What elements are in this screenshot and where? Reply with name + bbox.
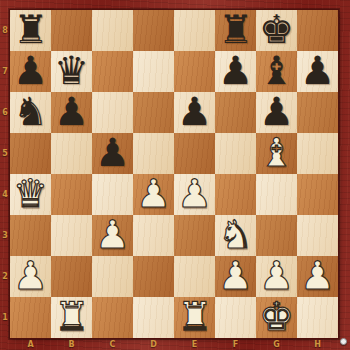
rank-label-5: 5	[0, 133, 10, 174]
square-c8[interactable]	[92, 10, 133, 51]
square-e1[interactable]: ♜	[174, 297, 215, 338]
white-knight[interactable]: ♞	[215, 215, 256, 256]
square-c2[interactable]	[92, 256, 133, 297]
file-label-a: A	[10, 338, 51, 350]
black-pawn[interactable]: ♟	[92, 133, 133, 174]
white-bishop[interactable]: ♝	[256, 133, 297, 174]
square-f5[interactable]	[215, 133, 256, 174]
square-d7[interactable]	[133, 51, 174, 92]
square-a3[interactable]	[10, 215, 51, 256]
square-g3[interactable]	[256, 215, 297, 256]
square-d6[interactable]	[133, 92, 174, 133]
square-f1[interactable]	[215, 297, 256, 338]
square-h4[interactable]	[297, 174, 338, 215]
square-g1[interactable]: ♚	[256, 297, 297, 338]
white-pawn[interactable]: ♟	[133, 174, 174, 215]
square-h1[interactable]	[297, 297, 338, 338]
square-c5[interactable]: ♟	[92, 133, 133, 174]
square-b7[interactable]: ♛	[51, 51, 92, 92]
black-pawn[interactable]: ♟	[51, 92, 92, 133]
black-bishop[interactable]: ♝	[256, 51, 297, 92]
square-b2[interactable]	[51, 256, 92, 297]
square-f3[interactable]: ♞	[215, 215, 256, 256]
rank-label-7: 7	[0, 51, 10, 92]
square-a5[interactable]	[10, 133, 51, 174]
square-f2[interactable]: ♟	[215, 256, 256, 297]
square-h6[interactable]	[297, 92, 338, 133]
square-d2[interactable]	[133, 256, 174, 297]
chess-board: ♜♜♚♟♛♟♝♟♞♟♟♟♟♝♛♟♟♟♞♟♟♟♟♜♜♚	[10, 10, 338, 338]
rank-label-1: 1	[0, 297, 10, 338]
white-rook[interactable]: ♜	[174, 297, 215, 338]
square-c3[interactable]: ♟	[92, 215, 133, 256]
square-g4[interactable]	[256, 174, 297, 215]
square-e2[interactable]	[174, 256, 215, 297]
square-h8[interactable]	[297, 10, 338, 51]
square-a7[interactable]: ♟	[10, 51, 51, 92]
white-pawn[interactable]: ♟	[297, 256, 338, 297]
square-d3[interactable]	[133, 215, 174, 256]
square-b4[interactable]	[51, 174, 92, 215]
square-h3[interactable]	[297, 215, 338, 256]
file-label-d: D	[133, 338, 174, 350]
square-c7[interactable]	[92, 51, 133, 92]
square-g5[interactable]: ♝	[256, 133, 297, 174]
square-g6[interactable]: ♟	[256, 92, 297, 133]
file-label-g: G	[256, 338, 297, 350]
square-h5[interactable]	[297, 133, 338, 174]
file-label-c: C	[92, 338, 133, 350]
square-c1[interactable]	[92, 297, 133, 338]
rank-label-2: 2	[0, 256, 10, 297]
square-g7[interactable]: ♝	[256, 51, 297, 92]
square-f7[interactable]: ♟	[215, 51, 256, 92]
square-f4[interactable]	[215, 174, 256, 215]
white-to-move-indicator	[340, 338, 347, 345]
square-h2[interactable]: ♟	[297, 256, 338, 297]
white-pawn[interactable]: ♟	[92, 215, 133, 256]
square-a6[interactable]: ♞	[10, 92, 51, 133]
square-a2[interactable]: ♟	[10, 256, 51, 297]
rank-label-6: 6	[0, 92, 10, 133]
square-e3[interactable]	[174, 215, 215, 256]
square-b6[interactable]: ♟	[51, 92, 92, 133]
square-c4[interactable]	[92, 174, 133, 215]
square-f8[interactable]: ♜	[215, 10, 256, 51]
file-label-e: E	[174, 338, 215, 350]
square-b8[interactable]	[51, 10, 92, 51]
board-frame: ♜♜♚♟♛♟♝♟♞♟♟♟♟♝♛♟♟♟♞♟♟♟♟♜♜♚ 87654321ABCDE…	[0, 0, 350, 350]
square-d8[interactable]	[133, 10, 174, 51]
square-e5[interactable]	[174, 133, 215, 174]
square-a8[interactable]: ♜	[10, 10, 51, 51]
square-e4[interactable]: ♟	[174, 174, 215, 215]
square-a4[interactable]: ♛	[10, 174, 51, 215]
rank-label-3: 3	[0, 215, 10, 256]
white-pawn[interactable]: ♟	[10, 256, 51, 297]
black-pawn[interactable]: ♟	[174, 92, 215, 133]
white-rook[interactable]: ♜	[51, 297, 92, 338]
square-g2[interactable]: ♟	[256, 256, 297, 297]
black-pawn[interactable]: ♟	[256, 92, 297, 133]
rank-label-8: 8	[0, 10, 10, 51]
square-d1[interactable]	[133, 297, 174, 338]
white-king[interactable]: ♚	[256, 297, 297, 338]
square-b1[interactable]: ♜	[51, 297, 92, 338]
square-a1[interactable]	[10, 297, 51, 338]
black-rook[interactable]: ♜	[10, 10, 51, 51]
black-pawn[interactable]: ♟	[215, 51, 256, 92]
black-king[interactable]: ♚	[256, 10, 297, 51]
black-pawn[interactable]: ♟	[297, 51, 338, 92]
black-knight[interactable]: ♞	[10, 92, 51, 133]
square-f6[interactable]	[215, 92, 256, 133]
file-label-h: H	[297, 338, 338, 350]
file-label-b: B	[51, 338, 92, 350]
square-c6[interactable]	[92, 92, 133, 133]
square-g8[interactable]: ♚	[256, 10, 297, 51]
file-label-f: F	[215, 338, 256, 350]
white-pawn[interactable]: ♟	[174, 174, 215, 215]
white-pawn[interactable]: ♟	[215, 256, 256, 297]
rank-label-4: 4	[0, 174, 10, 215]
black-rook[interactable]: ♜	[215, 10, 256, 51]
square-h7[interactable]: ♟	[297, 51, 338, 92]
square-d5[interactable]	[133, 133, 174, 174]
black-queen[interactable]: ♛	[51, 51, 92, 92]
white-pawn[interactable]: ♟	[256, 256, 297, 297]
square-e6[interactable]: ♟	[174, 92, 215, 133]
black-pawn[interactable]: ♟	[10, 51, 51, 92]
square-b5[interactable]	[51, 133, 92, 174]
square-e7[interactable]	[174, 51, 215, 92]
white-queen[interactable]: ♛	[10, 174, 51, 215]
square-e8[interactable]	[174, 10, 215, 51]
square-b3[interactable]	[51, 215, 92, 256]
square-d4[interactable]: ♟	[133, 174, 174, 215]
